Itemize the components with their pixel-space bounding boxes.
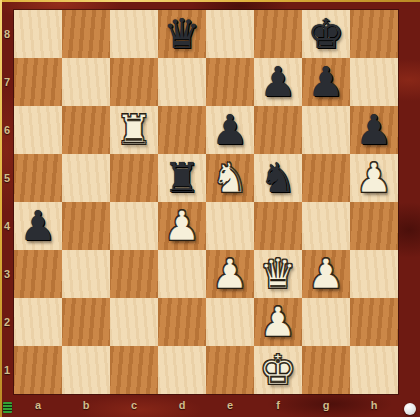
square-f5[interactable]: ♞ bbox=[254, 154, 302, 202]
rank-label-6: 6 bbox=[0, 106, 14, 154]
square-h2[interactable] bbox=[350, 298, 398, 346]
rank-label-8: 8 bbox=[0, 10, 14, 58]
square-g4[interactable] bbox=[302, 202, 350, 250]
square-b4[interactable] bbox=[62, 202, 110, 250]
square-d2[interactable] bbox=[158, 298, 206, 346]
rank-label-7: 7 bbox=[0, 58, 14, 106]
square-c2[interactable] bbox=[110, 298, 158, 346]
square-h5[interactable]: ♟ bbox=[350, 154, 398, 202]
square-a6[interactable] bbox=[14, 106, 62, 154]
chess-board-window: ♛♚♟♟♜♟♟♜♞♞♟♟♟♟♛♟♟♚ 87654321 abcdefgh bbox=[0, 0, 420, 417]
piece-white-pawn[interactable]: ♟ bbox=[308, 250, 345, 298]
piece-black-pawn[interactable]: ♟ bbox=[356, 106, 393, 154]
square-d3[interactable] bbox=[158, 250, 206, 298]
piece-black-rook[interactable]: ♜ bbox=[164, 154, 201, 202]
gold-trim-top bbox=[0, 0, 420, 2]
square-e7[interactable] bbox=[206, 58, 254, 106]
square-f1[interactable]: ♚ bbox=[254, 346, 302, 394]
piece-white-knight[interactable]: ♞ bbox=[212, 154, 249, 202]
square-f7[interactable]: ♟ bbox=[254, 58, 302, 106]
square-b3[interactable] bbox=[62, 250, 110, 298]
square-h7[interactable] bbox=[350, 58, 398, 106]
file-label-d: d bbox=[158, 396, 206, 414]
square-c5[interactable] bbox=[110, 154, 158, 202]
white-to-move-indicator[interactable] bbox=[404, 403, 416, 415]
square-g2[interactable] bbox=[302, 298, 350, 346]
square-b7[interactable] bbox=[62, 58, 110, 106]
square-h3[interactable] bbox=[350, 250, 398, 298]
square-g7[interactable]: ♟ bbox=[302, 58, 350, 106]
square-f8[interactable] bbox=[254, 10, 302, 58]
file-label-a: a bbox=[14, 396, 62, 414]
square-b2[interactable] bbox=[62, 298, 110, 346]
square-f3[interactable]: ♛ bbox=[254, 250, 302, 298]
piece-black-queen[interactable]: ♛ bbox=[164, 10, 201, 58]
square-g3[interactable]: ♟ bbox=[302, 250, 350, 298]
board: ♛♚♟♟♜♟♟♜♞♞♟♟♟♟♛♟♟♚ bbox=[14, 10, 398, 394]
square-c1[interactable] bbox=[110, 346, 158, 394]
square-f6[interactable] bbox=[254, 106, 302, 154]
square-h6[interactable]: ♟ bbox=[350, 106, 398, 154]
square-a7[interactable] bbox=[14, 58, 62, 106]
square-b1[interactable] bbox=[62, 346, 110, 394]
square-g8[interactable]: ♚ bbox=[302, 10, 350, 58]
piece-white-rook[interactable]: ♜ bbox=[116, 106, 153, 154]
square-c8[interactable] bbox=[110, 10, 158, 58]
square-f4[interactable] bbox=[254, 202, 302, 250]
square-d4[interactable]: ♟ bbox=[158, 202, 206, 250]
piece-black-pawn[interactable]: ♟ bbox=[308, 58, 345, 106]
square-h1[interactable] bbox=[350, 346, 398, 394]
piece-black-pawn[interactable]: ♟ bbox=[212, 106, 249, 154]
piece-white-pawn[interactable]: ♟ bbox=[260, 298, 297, 346]
square-g1[interactable] bbox=[302, 346, 350, 394]
rank-label-4: 4 bbox=[0, 202, 14, 250]
file-label-f: f bbox=[254, 396, 302, 414]
piece-black-king[interactable]: ♚ bbox=[308, 10, 345, 58]
rank-label-2: 2 bbox=[0, 298, 14, 346]
file-label-g: g bbox=[302, 396, 350, 414]
square-d7[interactable] bbox=[158, 58, 206, 106]
square-b6[interactable] bbox=[62, 106, 110, 154]
square-e1[interactable] bbox=[206, 346, 254, 394]
square-a5[interactable] bbox=[14, 154, 62, 202]
square-a3[interactable] bbox=[14, 250, 62, 298]
square-e5[interactable]: ♞ bbox=[206, 154, 254, 202]
square-a1[interactable] bbox=[14, 346, 62, 394]
square-d5[interactable]: ♜ bbox=[158, 154, 206, 202]
square-h8[interactable] bbox=[350, 10, 398, 58]
square-d8[interactable]: ♛ bbox=[158, 10, 206, 58]
rank-label-1: 1 bbox=[0, 346, 14, 394]
square-c7[interactable] bbox=[110, 58, 158, 106]
square-c3[interactable] bbox=[110, 250, 158, 298]
square-d1[interactable] bbox=[158, 346, 206, 394]
piece-black-pawn[interactable]: ♟ bbox=[260, 58, 297, 106]
piece-white-king[interactable]: ♚ bbox=[260, 346, 297, 394]
piece-black-knight[interactable]: ♞ bbox=[260, 154, 297, 202]
square-a2[interactable] bbox=[14, 298, 62, 346]
square-e8[interactable] bbox=[206, 10, 254, 58]
file-label-c: c bbox=[110, 396, 158, 414]
square-e2[interactable] bbox=[206, 298, 254, 346]
rank-label-3: 3 bbox=[0, 250, 14, 298]
square-b8[interactable] bbox=[62, 10, 110, 58]
file-label-e: e bbox=[206, 396, 254, 414]
piece-white-queen[interactable]: ♛ bbox=[260, 250, 297, 298]
piece-white-pawn[interactable]: ♟ bbox=[164, 202, 201, 250]
square-g6[interactable] bbox=[302, 106, 350, 154]
rank-label-5: 5 bbox=[0, 154, 14, 202]
square-e6[interactable]: ♟ bbox=[206, 106, 254, 154]
square-e4[interactable] bbox=[206, 202, 254, 250]
connection-indicator-icon bbox=[3, 402, 12, 413]
square-b5[interactable] bbox=[62, 154, 110, 202]
file-label-h: h bbox=[350, 396, 398, 414]
piece-white-pawn[interactable]: ♟ bbox=[212, 250, 249, 298]
square-a4[interactable]: ♟ bbox=[14, 202, 62, 250]
square-f2[interactable]: ♟ bbox=[254, 298, 302, 346]
piece-black-pawn[interactable]: ♟ bbox=[20, 202, 57, 250]
square-h4[interactable] bbox=[350, 202, 398, 250]
square-e3[interactable]: ♟ bbox=[206, 250, 254, 298]
piece-white-pawn[interactable]: ♟ bbox=[356, 154, 393, 202]
square-c6[interactable]: ♜ bbox=[110, 106, 158, 154]
square-c4[interactable] bbox=[110, 202, 158, 250]
square-d6[interactable] bbox=[158, 106, 206, 154]
file-label-b: b bbox=[62, 396, 110, 414]
square-a8[interactable] bbox=[14, 10, 62, 58]
square-g5[interactable] bbox=[302, 154, 350, 202]
